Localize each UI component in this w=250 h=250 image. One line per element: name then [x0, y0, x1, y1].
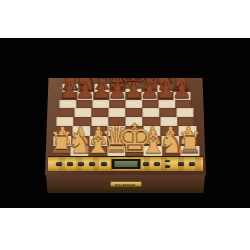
square-b5[interactable]	[75, 108, 92, 117]
square-h5[interactable]	[176, 108, 193, 117]
square-c6[interactable]	[93, 100, 110, 109]
rank-row-6	[60, 100, 192, 109]
square-a6[interactable]	[60, 100, 77, 109]
button-6[interactable]	[143, 162, 149, 166]
lcd-screen	[114, 161, 137, 167]
product-photo-page: { "game": "chess", "position": "rnbqkbnr…	[0, 0, 250, 250]
chess-board: ♜♞♝♛♚♝♞♜♟♟♟♟♟♟♟♟♟♟♟♟♟♟♟♟♜♞♝♛♚♝♞♜	[52, 84, 199, 156]
rank-row-1: ♜♞♝♛♚♝♞♜	[52, 146, 199, 156]
button-9[interactable]	[189, 162, 195, 166]
button-2[interactable]	[67, 162, 73, 166]
button-3[interactable]	[78, 162, 84, 166]
chess-computer-top: ♜♞♝♛♚♝♞♜♟♟♟♟♟♟♟♟♟♟♟♟♟♟♟♟♜♞♝♛♚♝♞♜	[45, 78, 206, 175]
square-h7[interactable]: ♟	[174, 92, 190, 100]
square-f6[interactable]	[142, 100, 159, 109]
button-4[interactable]	[89, 162, 95, 166]
button-1[interactable]	[56, 162, 62, 166]
button-down[interactable]	[165, 165, 170, 168]
cabinet-front: MILLENNIUM	[46, 175, 205, 193]
square-g6[interactable]	[159, 100, 176, 109]
square-h6[interactable]	[175, 100, 192, 109]
piece-white-rook[interactable]: ♜	[177, 129, 203, 158]
brand-text: MILLENNIUM	[115, 183, 135, 186]
square-h1[interactable]: ♜	[181, 146, 199, 156]
square-c5[interactable]	[92, 108, 109, 117]
brand-nameplate: MILLENNIUM	[110, 181, 142, 187]
square-b6[interactable]	[76, 100, 93, 109]
piece-black-pawn[interactable]: ♟	[172, 80, 192, 102]
square-a5[interactable]	[58, 108, 75, 117]
square-g5[interactable]	[159, 108, 176, 117]
button-8[interactable]	[178, 162, 184, 166]
photo-background: ♜♞♝♛♚♝♞♜♟♟♟♟♟♟♟♟♟♟♟♟♟♟♟♟♜♞♝♛♚♝♞♜ MILLENN…	[0, 38, 250, 208]
rank-row-7: ♟♟♟♟♟♟♟♟	[61, 92, 190, 100]
square-d6[interactable]	[109, 100, 126, 109]
square-e6[interactable]	[126, 100, 143, 109]
button-7[interactable]	[154, 162, 160, 166]
button-5[interactable]	[101, 162, 107, 166]
